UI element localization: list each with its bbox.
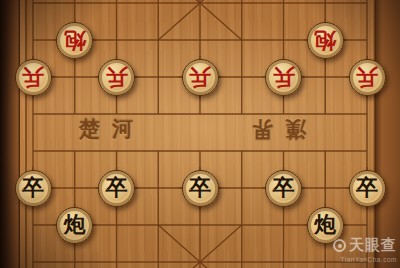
piece-glyph: 兵 bbox=[189, 66, 211, 88]
piece-red-soldier[interactable]: 兵 bbox=[98, 59, 135, 96]
piece-glyph: 炮 bbox=[314, 29, 336, 51]
piece-black-soldier[interactable]: 卒 bbox=[15, 170, 52, 207]
piece-black-cannon[interactable]: 炮 bbox=[56, 207, 93, 244]
piece-black-soldier[interactable]: 卒 bbox=[265, 170, 302, 207]
river-label-right: 漢界 bbox=[240, 114, 306, 144]
piece-glyph: 兵 bbox=[106, 66, 128, 88]
piece-glyph: 卒 bbox=[22, 177, 44, 199]
piece-red-cannon[interactable]: 炮 bbox=[307, 22, 344, 59]
piece-glyph: 炮 bbox=[64, 214, 86, 236]
piece-glyph: 卒 bbox=[273, 177, 295, 199]
xiangqi-board: 楚河 漢界 炮炮兵兵兵兵兵卒卒卒卒卒炮炮 天眼查 TianYanCha.com bbox=[0, 0, 400, 268]
piece-glyph: 炮 bbox=[314, 214, 336, 236]
piece-glyph: 炮 bbox=[64, 29, 86, 51]
piece-black-soldier[interactable]: 卒 bbox=[98, 170, 135, 207]
piece-black-soldier[interactable]: 卒 bbox=[182, 170, 219, 207]
piece-black-cannon[interactable]: 炮 bbox=[307, 207, 344, 244]
river-label-left: 楚河 bbox=[79, 114, 145, 144]
piece-glyph: 兵 bbox=[22, 66, 44, 88]
piece-red-soldier[interactable]: 兵 bbox=[15, 59, 52, 96]
piece-glyph: 卒 bbox=[356, 177, 378, 199]
piece-glyph: 卒 bbox=[189, 177, 211, 199]
piece-red-soldier[interactable]: 兵 bbox=[182, 59, 219, 96]
piece-black-soldier[interactable]: 卒 bbox=[349, 170, 386, 207]
piece-red-soldier[interactable]: 兵 bbox=[265, 59, 302, 96]
piece-red-cannon[interactable]: 炮 bbox=[56, 22, 93, 59]
piece-red-soldier[interactable]: 兵 bbox=[349, 59, 386, 96]
piece-glyph: 兵 bbox=[356, 66, 378, 88]
piece-glyph: 兵 bbox=[273, 66, 295, 88]
piece-glyph: 卒 bbox=[106, 177, 128, 199]
